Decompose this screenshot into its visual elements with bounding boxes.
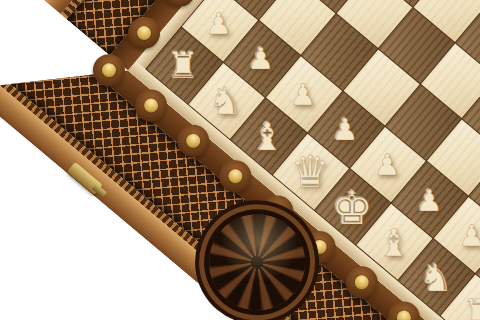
piece-glyph: ♚ bbox=[332, 184, 373, 230]
piece-glyph: ♟ bbox=[374, 150, 401, 180]
piece-glyph: ♟ bbox=[458, 221, 480, 251]
piece-glyph: ♟ bbox=[248, 44, 275, 74]
piece-glyph: ♛ bbox=[290, 150, 329, 194]
piece-glyph: ♟ bbox=[290, 79, 317, 109]
piece-glyph: ♝ bbox=[251, 117, 285, 155]
piece-glyph: ♟ bbox=[206, 9, 233, 39]
piece-glyph: ♟ bbox=[332, 115, 359, 145]
piece-glyph: ♞ bbox=[209, 82, 243, 120]
piece-glyph: ♞ bbox=[420, 259, 454, 297]
piece-glyph: ♝ bbox=[377, 223, 411, 261]
piece-glyph: ♟ bbox=[416, 185, 443, 215]
piece-glyph: ♜ bbox=[168, 48, 200, 84]
photo-canvas: ♜♞♝♛♚♝♞♜♟♟♟♟♟♟♟♟ bbox=[0, 0, 480, 320]
piece-glyph: ♜ bbox=[463, 295, 480, 320]
